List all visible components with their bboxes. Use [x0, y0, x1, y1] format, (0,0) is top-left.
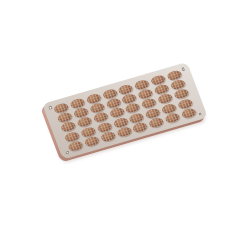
cavity-r5c8 [180, 107, 197, 119]
photo-background [0, 0, 230, 230]
cavity-r5c5 [132, 121, 149, 133]
cavity-r5c7 [164, 112, 181, 124]
cavity-r5c4 [116, 126, 133, 138]
cavity-r5c2 [84, 135, 101, 147]
cavity-grid [42, 62, 208, 160]
cavity-r5c1 [68, 140, 85, 152]
cavity-r5c3 [100, 131, 117, 143]
cavity-r5c6 [148, 117, 165, 129]
silicone-mold [42, 62, 208, 160]
